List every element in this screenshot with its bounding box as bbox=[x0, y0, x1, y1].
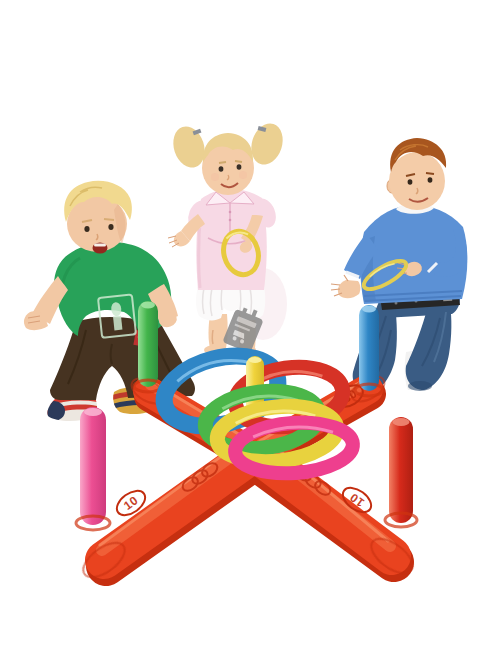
scene-illustration: 10 10 30 bbox=[0, 0, 496, 664]
peg-back-right-blue bbox=[355, 305, 383, 396]
product-photo: 10 10 30 bbox=[0, 0, 496, 664]
peg-front-right-red bbox=[385, 417, 417, 527]
peg-front-left-pink bbox=[76, 407, 110, 530]
peg-back-left-green bbox=[134, 301, 162, 392]
